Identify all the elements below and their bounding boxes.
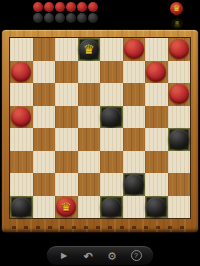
- captured-black-row: [33, 13, 98, 23]
- square-r1c4[interactable]: [100, 61, 123, 84]
- help-button[interactable]: ?: [129, 249, 143, 263]
- black-man[interactable]: [146, 197, 166, 217]
- turn-indicator: ♛ ♛: [170, 2, 184, 29]
- square-r6c3[interactable]: [78, 173, 101, 196]
- square-r0c4[interactable]: [100, 38, 123, 61]
- square-r1c3[interactable]: [78, 61, 101, 84]
- square-r0c5[interactable]: [123, 38, 146, 61]
- square-r6c4[interactable]: [100, 173, 123, 196]
- square-r3c6[interactable]: [145, 106, 168, 129]
- red-man[interactable]: [146, 62, 166, 82]
- red-man[interactable]: [169, 39, 189, 59]
- square-r4c7[interactable]: [168, 128, 191, 151]
- turn-indicator-red-king: ♛: [170, 2, 183, 15]
- black-king[interactable]: ♛: [79, 39, 99, 59]
- king-crown-icon: ♛: [61, 201, 72, 213]
- square-r7c2[interactable]: ♛: [55, 196, 78, 219]
- square-r0c2[interactable]: [55, 38, 78, 61]
- square-r3c2[interactable]: [55, 106, 78, 129]
- captured-red-piece: [55, 2, 65, 12]
- captured-black-piece: [77, 13, 87, 23]
- square-r5c6[interactable]: [145, 151, 168, 174]
- square-r2c3[interactable]: [78, 83, 101, 106]
- square-r6c0[interactable]: [10, 173, 33, 196]
- play-button[interactable]: ▶: [57, 249, 71, 263]
- black-man[interactable]: [101, 107, 121, 127]
- red-man[interactable]: [169, 84, 189, 104]
- square-r0c0[interactable]: [10, 38, 33, 61]
- square-r0c7[interactable]: [168, 38, 191, 61]
- settings-button[interactable]: ⚙: [105, 249, 119, 263]
- captured-red-piece: [77, 2, 87, 12]
- square-r0c3[interactable]: ♛: [78, 38, 101, 61]
- crown-icon: ♛: [172, 4, 180, 13]
- frame-notches: [12, 226, 188, 229]
- square-r5c0[interactable]: [10, 151, 33, 174]
- captured-black-piece: [66, 13, 76, 23]
- square-r1c7[interactable]: [168, 61, 191, 84]
- captured-tray: [33, 2, 98, 23]
- red-king[interactable]: ♛: [56, 197, 76, 217]
- captured-black-piece: [33, 13, 43, 23]
- square-r2c2[interactable]: [55, 83, 78, 106]
- captured-black-piece: [88, 13, 98, 23]
- square-r4c3[interactable]: [78, 128, 101, 151]
- square-r4c5[interactable]: [123, 128, 146, 151]
- square-r6c6[interactable]: [145, 173, 168, 196]
- square-r7c6[interactable]: [145, 196, 168, 219]
- square-r2c1[interactable]: [33, 83, 56, 106]
- toolbar: ▶↶⚙?: [47, 246, 153, 265]
- square-r7c3[interactable]: [78, 196, 101, 219]
- black-man[interactable]: [101, 197, 121, 217]
- square-r3c1[interactable]: [33, 106, 56, 129]
- red-man[interactable]: [124, 39, 144, 59]
- square-r4c4[interactable]: [100, 128, 123, 151]
- square-r4c6[interactable]: [145, 128, 168, 151]
- square-r3c3[interactable]: [78, 106, 101, 129]
- square-r1c5[interactable]: [123, 61, 146, 84]
- square-r3c7[interactable]: [168, 106, 191, 129]
- square-r7c0[interactable]: [10, 196, 33, 219]
- undo-icon: ↶: [83, 251, 92, 261]
- square-r4c2[interactable]: [55, 128, 78, 151]
- play-icon: ▶: [61, 251, 67, 261]
- square-r5c1[interactable]: [33, 151, 56, 174]
- black-man[interactable]: [169, 129, 189, 149]
- square-r0c6[interactable]: [145, 38, 168, 61]
- board-frame: ♛♛: [2, 30, 198, 232]
- square-r5c4[interactable]: [100, 151, 123, 174]
- captured-red-piece: [33, 2, 43, 12]
- square-r7c1[interactable]: [33, 196, 56, 219]
- square-r3c4[interactable]: [100, 106, 123, 129]
- square-r3c0[interactable]: [10, 106, 33, 129]
- captured-red-piece: [88, 2, 98, 12]
- square-r7c7[interactable]: [168, 196, 191, 219]
- square-r3c5[interactable]: [123, 106, 146, 129]
- turn-indicator-reflection: ♛: [171, 18, 183, 29]
- square-r2c5[interactable]: [123, 83, 146, 106]
- square-r1c2[interactable]: [55, 61, 78, 84]
- square-r4c0[interactable]: [10, 128, 33, 151]
- help-icon: ?: [131, 250, 142, 261]
- black-man[interactable]: [124, 174, 144, 194]
- square-r5c2[interactable]: [55, 151, 78, 174]
- board-grid: ♛♛: [9, 37, 191, 219]
- settings-icon: ⚙: [107, 251, 117, 261]
- captured-red-row: [33, 2, 98, 12]
- king-crown-icon: ♛: [83, 43, 95, 56]
- undo-button[interactable]: ↶: [81, 249, 95, 263]
- square-r5c3[interactable]: [78, 151, 101, 174]
- square-r6c2[interactable]: [55, 173, 78, 196]
- square-r2c0[interactable]: [10, 83, 33, 106]
- square-r7c5[interactable]: [123, 196, 146, 219]
- red-man[interactable]: [11, 107, 31, 127]
- square-r2c6[interactable]: [145, 83, 168, 106]
- red-man[interactable]: [11, 62, 31, 82]
- square-r5c5[interactable]: [123, 151, 146, 174]
- square-r6c7[interactable]: [168, 173, 191, 196]
- square-r1c1[interactable]: [33, 61, 56, 84]
- square-r6c5[interactable]: [123, 173, 146, 196]
- square-r1c0[interactable]: [10, 61, 33, 84]
- square-r2c7[interactable]: [168, 83, 191, 106]
- square-r1c6[interactable]: [145, 61, 168, 84]
- captured-red-piece: [44, 2, 54, 12]
- square-r4c1[interactable]: [33, 128, 56, 151]
- square-r0c1[interactable]: [33, 38, 56, 61]
- captured-red-piece: [66, 2, 76, 12]
- square-r2c4[interactable]: [100, 83, 123, 106]
- square-r6c1[interactable]: [33, 173, 56, 196]
- square-r7c4[interactable]: [100, 196, 123, 219]
- black-man[interactable]: [11, 197, 31, 217]
- captured-black-piece: [55, 13, 65, 23]
- captured-black-piece: [44, 13, 54, 23]
- crown-reflection-icon: ♛: [173, 20, 180, 28]
- square-r5c7[interactable]: [168, 151, 191, 174]
